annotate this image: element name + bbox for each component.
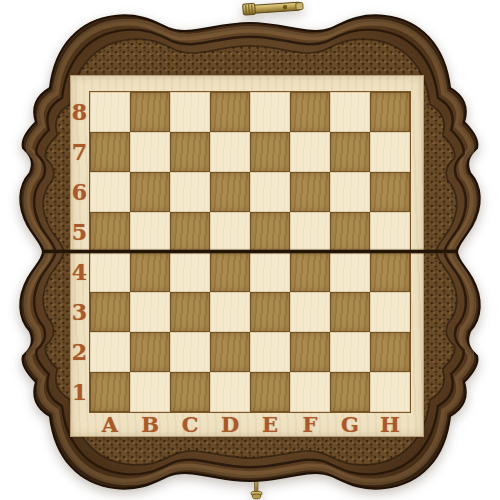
file-label-h: H	[370, 411, 410, 437]
square-d8[interactable]	[210, 92, 250, 132]
file-label-b: B	[130, 411, 170, 437]
file-label-e: E	[250, 411, 290, 437]
square-c6[interactable]	[170, 172, 210, 212]
square-h3[interactable]	[370, 292, 410, 332]
square-c7[interactable]	[170, 132, 210, 172]
photo-background: 87654321 ABCDEFGH	[0, 0, 500, 500]
square-f8[interactable]	[290, 92, 330, 132]
square-a5[interactable]	[90, 212, 130, 252]
square-b3[interactable]	[130, 292, 170, 332]
fold-seam	[43, 250, 457, 253]
file-label-d: D	[210, 411, 250, 437]
file-label-c: C	[170, 411, 210, 437]
brass-clasp-icon	[243, 0, 304, 15]
square-e8[interactable]	[250, 92, 290, 132]
rank-label-5: 5	[69, 212, 90, 252]
square-a3[interactable]	[90, 292, 130, 332]
square-h8[interactable]	[370, 92, 410, 132]
square-e4[interactable]	[250, 252, 290, 292]
square-h2[interactable]	[370, 332, 410, 372]
square-f3[interactable]	[290, 292, 330, 332]
square-d6[interactable]	[210, 172, 250, 212]
square-b2[interactable]	[130, 332, 170, 372]
square-d1[interactable]	[210, 372, 250, 412]
square-b1[interactable]	[130, 372, 170, 412]
square-f6[interactable]	[290, 172, 330, 212]
square-d4[interactable]	[210, 252, 250, 292]
square-g7[interactable]	[330, 132, 370, 172]
square-c8[interactable]	[170, 92, 210, 132]
square-b8[interactable]	[130, 92, 170, 132]
square-c3[interactable]	[170, 292, 210, 332]
square-a7[interactable]	[90, 132, 130, 172]
square-g1[interactable]	[330, 372, 370, 412]
square-b5[interactable]	[130, 212, 170, 252]
square-f7[interactable]	[290, 132, 330, 172]
square-g3[interactable]	[330, 292, 370, 332]
square-d5[interactable]	[210, 212, 250, 252]
square-h4[interactable]	[370, 252, 410, 292]
square-c5[interactable]	[170, 212, 210, 252]
square-a8[interactable]	[90, 92, 130, 132]
square-a6[interactable]	[90, 172, 130, 212]
square-e6[interactable]	[250, 172, 290, 212]
square-b6[interactable]	[130, 172, 170, 212]
square-g2[interactable]	[330, 332, 370, 372]
square-h7[interactable]	[370, 132, 410, 172]
square-d7[interactable]	[210, 132, 250, 172]
square-h5[interactable]	[370, 212, 410, 252]
square-g6[interactable]	[330, 172, 370, 212]
square-c1[interactable]	[170, 372, 210, 412]
square-f1[interactable]	[290, 372, 330, 412]
square-f4[interactable]	[290, 252, 330, 292]
file-labels: ABCDEFGH	[90, 411, 410, 437]
rank-label-6: 6	[69, 172, 90, 212]
rank-label-7: 7	[69, 132, 90, 172]
square-g4[interactable]	[330, 252, 370, 292]
square-c4[interactable]	[170, 252, 210, 292]
square-g8[interactable]	[330, 92, 370, 132]
square-e7[interactable]	[250, 132, 290, 172]
file-label-g: G	[330, 411, 370, 437]
rank-label-3: 3	[69, 292, 90, 332]
square-g5[interactable]	[330, 212, 370, 252]
square-h1[interactable]	[370, 372, 410, 412]
file-label-f: F	[290, 411, 330, 437]
square-c2[interactable]	[170, 332, 210, 372]
square-e5[interactable]	[250, 212, 290, 252]
square-a1[interactable]	[90, 372, 130, 412]
square-f5[interactable]	[290, 212, 330, 252]
square-a2[interactable]	[90, 332, 130, 372]
square-d3[interactable]	[210, 292, 250, 332]
file-label-a: A	[90, 411, 130, 437]
square-e1[interactable]	[250, 372, 290, 412]
square-f2[interactable]	[290, 332, 330, 372]
square-h6[interactable]	[370, 172, 410, 212]
rank-label-1: 1	[69, 372, 90, 412]
rank-label-2: 2	[69, 332, 90, 372]
square-b7[interactable]	[130, 132, 170, 172]
square-d2[interactable]	[210, 332, 250, 372]
rank-label-8: 8	[69, 92, 90, 132]
square-b4[interactable]	[130, 252, 170, 292]
square-e2[interactable]	[250, 332, 290, 372]
square-e3[interactable]	[250, 292, 290, 332]
rank-label-4: 4	[69, 252, 90, 292]
square-a4[interactable]	[90, 252, 130, 292]
